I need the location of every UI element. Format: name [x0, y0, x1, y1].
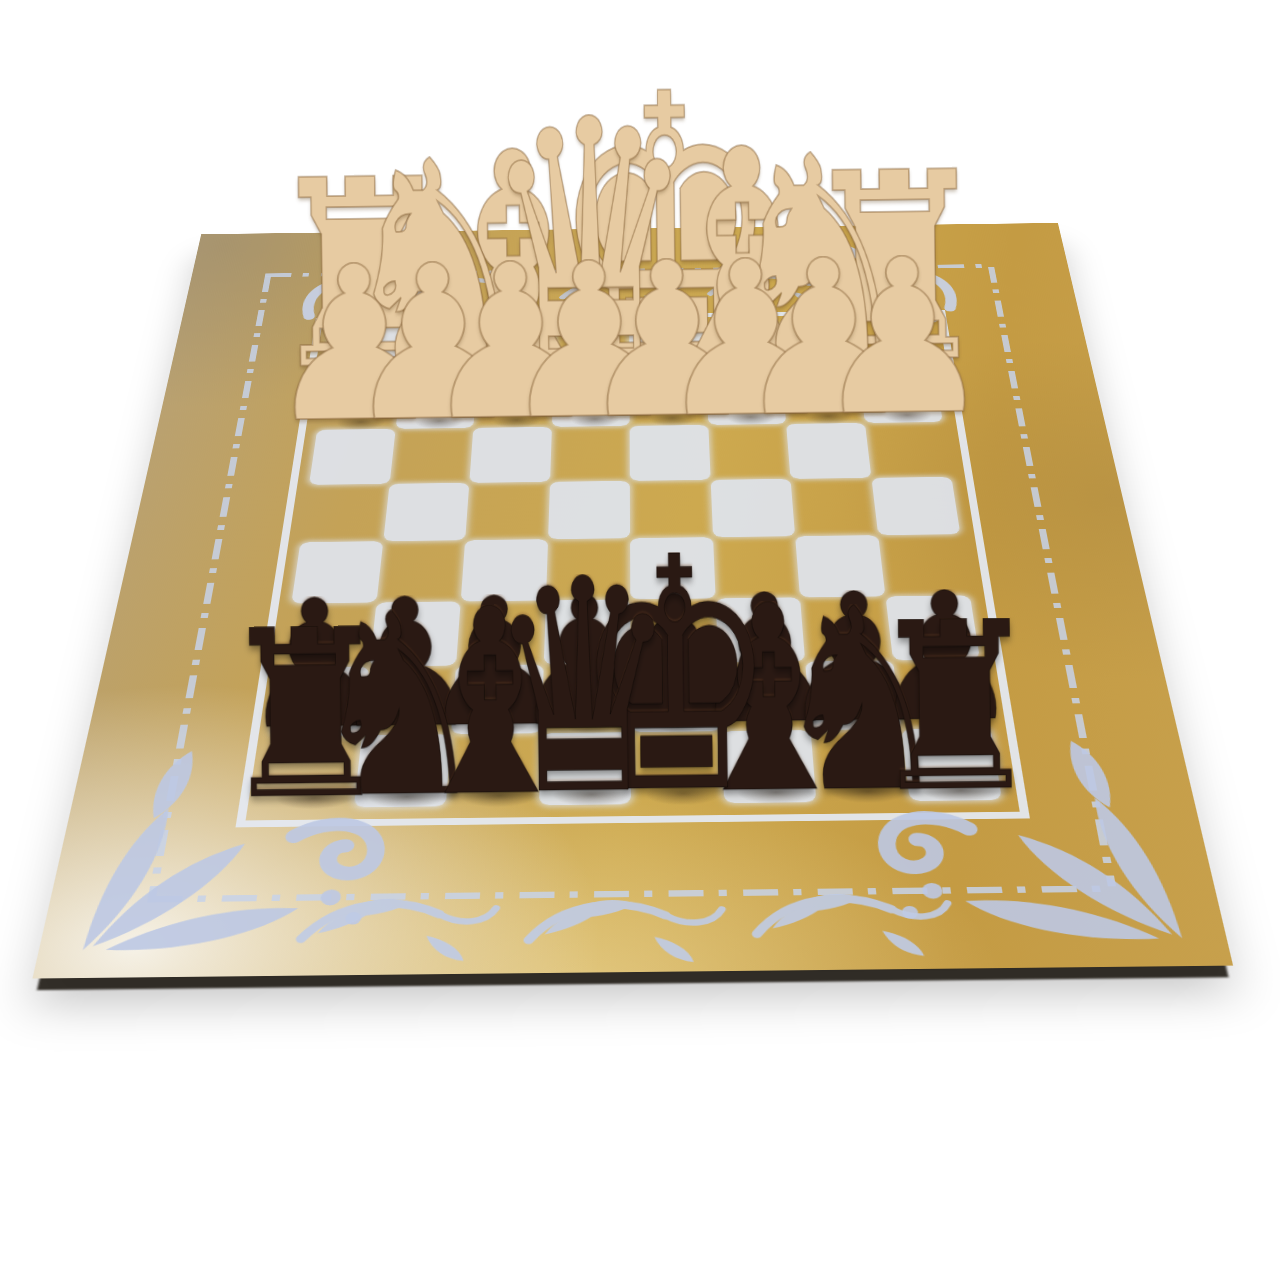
squares-grid: ♜♞♝♛♚♝♞♜♟♟♟♟♟♟♟♟♟♟♟♟♟♟♟♟♜♞♝♛♚♝♞♜ [261, 321, 1002, 809]
piece-light-pawn[interactable]: ♟ [811, 253, 995, 422]
piece-dark-queen[interactable]: ♛ [487, 573, 680, 805]
photo-scene: ♜♞♝♛♚♝♞♜♟♟♟♟♟♟♟♟♟♟♟♟♟♟♟♟♜♞♝♛♚♝♞♜ [0, 0, 1280, 1280]
square-d1[interactable]: ♛ [538, 732, 631, 806]
camera-tilt: ♜♞♝♛♚♝♞♜♟♟♟♟♟♟♟♟♟♟♟♟♟♟♟♟♜♞♝♛♚♝♞♜ [0, 0, 1280, 1280]
square-e6[interactable] [630, 425, 711, 481]
chess-board: ♜♞♝♛♚♝♞♜♟♟♟♟♟♟♟♟♟♟♟♟♟♟♟♟♜♞♝♛♚♝♞♜ [32, 223, 1233, 979]
square-h7[interactable]: ♟ [858, 370, 942, 423]
